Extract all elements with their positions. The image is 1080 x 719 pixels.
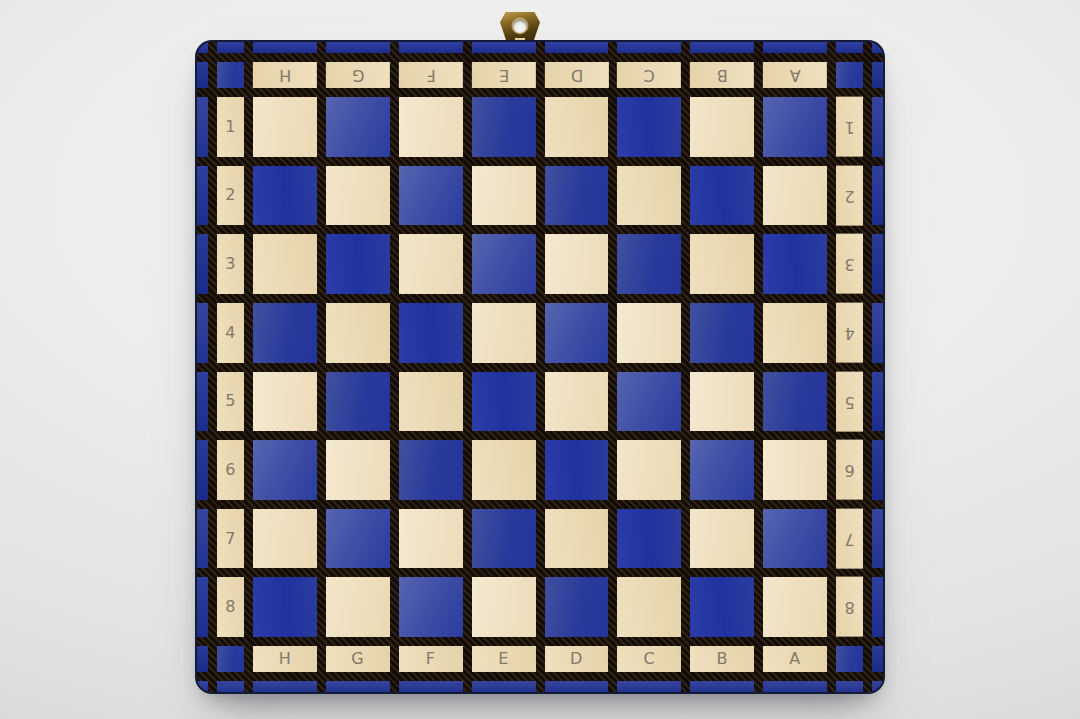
rank-label-right-1: 1 [836,97,863,157]
file-label-top-b: B [690,62,754,88]
board-edge-segment [197,62,208,88]
square-c4[interactable] [617,303,681,363]
file-label-bottom-f: F [399,646,463,672]
rank-label-left-2: 2 [217,166,244,226]
square-e8[interactable] [472,577,536,637]
board-edge-segment [872,577,883,637]
board-edge-segment [872,681,883,692]
file-label-bottom-g: G [326,646,390,672]
square-d5[interactable] [545,372,609,432]
file-label-top-e: E [472,62,536,88]
board-edge-segment [690,42,754,53]
board-edge-segment [872,97,883,157]
square-c7[interactable] [617,509,681,569]
square-d7[interactable] [545,509,609,569]
rank-label-right-4: 4 [836,303,863,363]
square-f4[interactable] [399,303,463,363]
board-edge-segment [872,62,883,88]
square-a3[interactable] [763,234,827,294]
square-c5[interactable] [617,372,681,432]
square-h8[interactable] [253,577,317,637]
board-grid: HGFEDCBA1122334455667788HGFEDCBA [197,42,883,692]
label-band-corner [217,646,244,672]
board-edge-segment [217,42,244,53]
square-b5[interactable] [690,372,754,432]
square-c2[interactable] [617,166,681,226]
rank-label-left-6: 6 [217,440,244,500]
board-edge-segment [197,646,208,672]
square-c8[interactable] [617,577,681,637]
label-band-corner [836,62,863,88]
board-edge-segment [253,42,317,53]
label-band-corner [217,62,244,88]
board-edge-segment [872,372,883,432]
square-e4[interactable] [472,303,536,363]
square-g4[interactable] [326,303,390,363]
square-a4[interactable] [763,303,827,363]
square-d4[interactable] [545,303,609,363]
square-a7[interactable] [763,509,827,569]
square-h3[interactable] [253,234,317,294]
square-a5[interactable] [763,372,827,432]
square-h6[interactable] [253,440,317,500]
board-edge-segment [872,646,883,672]
square-a1[interactable] [763,97,827,157]
file-label-bottom-h: H [253,646,317,672]
rank-label-right-8: 8 [836,577,863,637]
square-h1[interactable] [253,97,317,157]
board-edge-segment [326,681,390,692]
square-h4[interactable] [253,303,317,363]
board-edge-segment [197,234,208,294]
board-edge-segment [197,166,208,226]
rank-label-left-4: 4 [217,303,244,363]
square-f5[interactable] [399,372,463,432]
square-d2[interactable] [545,166,609,226]
rank-label-right-3: 3 [836,234,863,294]
square-d8[interactable] [545,577,609,637]
chess-board: HGFEDCBA1122334455667788HGFEDCBA [197,42,883,692]
file-label-bottom-a: A [763,646,827,672]
board-edge-segment [763,681,827,692]
square-g1[interactable] [326,97,390,157]
board-edge-segment [197,42,208,53]
board-edge-segment [197,372,208,432]
square-b8[interactable] [690,577,754,637]
square-g8[interactable] [326,577,390,637]
board-edge-segment [836,681,863,692]
board-edge-segment [872,440,883,500]
board-edge-segment [197,681,208,692]
board-edge-segment [399,42,463,53]
square-a8[interactable] [763,577,827,637]
square-b4[interactable] [690,303,754,363]
board-edge-segment [197,509,208,569]
label-band-corner [836,646,863,672]
square-g5[interactable] [326,372,390,432]
square-e5[interactable] [472,372,536,432]
square-f3[interactable] [399,234,463,294]
square-c3[interactable] [617,234,681,294]
file-label-top-g: G [326,62,390,88]
file-label-bottom-d: D [545,646,609,672]
board-edge-segment [326,42,390,53]
board-edge-segment [872,234,883,294]
board-edge-segment [872,303,883,363]
square-g2[interactable] [326,166,390,226]
board-edge-segment [253,681,317,692]
board-edge-segment [545,681,609,692]
square-f2[interactable] [399,166,463,226]
rank-label-right-7: 7 [836,509,863,569]
file-label-top-d: D [545,62,609,88]
square-h5[interactable] [253,372,317,432]
square-b1[interactable] [690,97,754,157]
file-label-bottom-e: E [472,646,536,672]
board-edge-segment [217,681,244,692]
square-g3[interactable] [326,234,390,294]
rank-label-left-5: 5 [217,372,244,432]
square-d6[interactable] [545,440,609,500]
square-b3[interactable] [690,234,754,294]
square-f8[interactable] [399,577,463,637]
square-f6[interactable] [399,440,463,500]
board-edge-segment [763,42,827,53]
board-edge-segment [197,97,208,157]
wall-background: HGFEDCBA1122334455667788HGFEDCBA [0,0,1080,719]
square-d1[interactable] [545,97,609,157]
square-h2[interactable] [253,166,317,226]
board-edge-segment [617,42,681,53]
wall-hanger [500,12,540,46]
square-e3[interactable] [472,234,536,294]
rank-label-left-8: 8 [217,577,244,637]
board-edge-segment [872,42,883,53]
hanger-hole [513,19,527,33]
board-edge-segment [197,303,208,363]
file-label-bottom-c: C [617,646,681,672]
rank-label-right-2: 2 [836,166,863,226]
board-edge-segment [472,681,536,692]
square-e1[interactable] [472,97,536,157]
square-a6[interactable] [763,440,827,500]
file-label-top-h: H [253,62,317,88]
board-edge-segment [690,681,754,692]
square-e6[interactable] [472,440,536,500]
board-edge-segment [872,509,883,569]
file-label-bottom-b: B [690,646,754,672]
square-b2[interactable] [690,166,754,226]
board-edge-segment [197,440,208,500]
board-edge-segment [399,681,463,692]
square-g6[interactable] [326,440,390,500]
square-e7[interactable] [472,509,536,569]
rank-label-right-6: 6 [836,440,863,500]
rank-label-left-3: 3 [217,234,244,294]
board-edge-segment [545,42,609,53]
square-b6[interactable] [690,440,754,500]
square-h7[interactable] [253,509,317,569]
rank-label-right-5: 5 [836,372,863,432]
board-edge-segment [836,42,863,53]
square-g7[interactable] [326,509,390,569]
board-edge-segment [872,166,883,226]
rank-label-left-7: 7 [217,509,244,569]
square-f7[interactable] [399,509,463,569]
file-label-top-a: A [763,62,827,88]
board-edge-segment [197,577,208,637]
board-edge-segment [617,681,681,692]
square-e2[interactable] [472,166,536,226]
rank-label-left-1: 1 [217,97,244,157]
file-label-top-f: F [399,62,463,88]
square-f1[interactable] [399,97,463,157]
square-c6[interactable] [617,440,681,500]
square-c1[interactable] [617,97,681,157]
board-edge-segment [472,42,536,53]
square-d3[interactable] [545,234,609,294]
file-label-top-c: C [617,62,681,88]
square-b7[interactable] [690,509,754,569]
square-a2[interactable] [763,166,827,226]
